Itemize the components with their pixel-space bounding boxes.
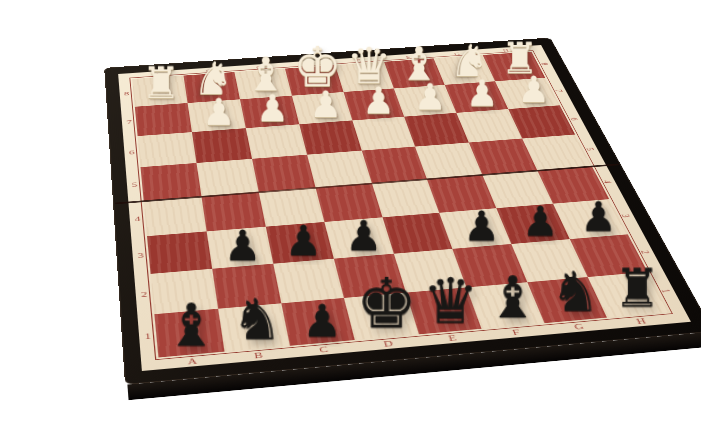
rank-label-left-8-text: 8: [123, 90, 129, 96]
piece-glyph: ♜: [613, 263, 660, 313]
rank-label-right-7-text: 7: [553, 89, 564, 92]
black-pawn-c1[interactable]: ♟: [289, 299, 354, 342]
black-pawn-f3[interactable]: ♟: [451, 206, 511, 245]
white-pawn-b7[interactable]: ♟: [191, 94, 245, 129]
black-pawn-b3[interactable]: ♟: [211, 225, 272, 265]
piece-glyph: ♟: [466, 76, 499, 110]
piece-glyph: ♝: [487, 270, 539, 325]
white-rook-a8[interactable]: ♜: [134, 63, 187, 104]
rank-label-left-2-text: 2: [140, 289, 147, 298]
file-label-bottom-d-text: D: [382, 337, 394, 347]
white-pawn-e7[interactable]: ♟: [351, 83, 404, 118]
rank-label-left-1-text: 1: [144, 331, 151, 341]
white-pawn-f7[interactable]: ♟: [403, 79, 456, 114]
rank-label-right-2-text: 2: [638, 249, 651, 253]
file-label-bottom-c-text: C: [318, 343, 329, 353]
white-pawn-d7[interactable]: ♟: [298, 87, 352, 122]
board-frame: ♜♞♝♚♛♝♞♜♟♟♟♟♟♟♟♟♟♟♟♟♟♝♞♟♚♛♝♞♜ AABBCCDDEE…: [104, 37, 701, 384]
rank-label-left-3-text: 3: [137, 250, 144, 258]
piece-glyph: ♟: [463, 206, 500, 245]
piece-glyph: ♟: [202, 94, 235, 129]
black-knight-b1[interactable]: ♞: [224, 294, 290, 348]
piece-glyph: ♛: [421, 271, 477, 331]
black-pawn-c3[interactable]: ♟: [272, 220, 333, 260]
black-rook-h1[interactable]: ♜: [605, 263, 669, 313]
piece-glyph: ♟: [223, 225, 261, 265]
board-border-mat: ♜♞♝♚♛♝♞♜♟♟♟♟♟♟♟♟♟♟♟♟♟♝♞♟♚♛♝♞♜ AABBCCDDEE…: [118, 45, 691, 371]
black-pawn-d3[interactable]: ♟: [332, 215, 393, 255]
white-pawn-g7[interactable]: ♟: [455, 76, 508, 110]
piece-glyph: ♟: [255, 90, 288, 125]
piece-glyph: ♟: [284, 220, 322, 260]
rank-label-right-8-text: 8: [539, 62, 550, 65]
file-label-bottom-g-text: G: [572, 320, 585, 330]
piece-glyph: ♜: [141, 63, 180, 104]
rank-label-right-4-text: 4: [601, 179, 613, 183]
rank-label-left-4-text: 4: [134, 214, 140, 222]
file-label-bottom-b-text: B: [252, 349, 262, 359]
black-pawn-g3[interactable]: ♟: [510, 201, 570, 240]
rank-label-left-6-text: 6: [128, 148, 134, 155]
piece-glyph: ♟: [521, 201, 558, 240]
photo-stage: ♜♞♝♚♛♝♞♜♟♟♟♟♟♟♟♟♟♟♟♟♟♝♞♟♚♛♝♞♜ AABBCCDDEE…: [0, 0, 701, 425]
rank-label-right-6-text: 6: [568, 117, 579, 120]
piece-glyph: ♞: [231, 294, 282, 348]
scene: ♜♞♝♚♛♝♞♜♟♟♟♟♟♟♟♟♟♟♟♟♟♝♞♟♚♛♝♞♜ AABBCCDDEE…: [0, 0, 701, 425]
piece-glyph: ♟: [361, 83, 394, 118]
black-bishop-a1[interactable]: ♝: [158, 297, 224, 353]
play-area: ♜♞♝♚♛♝♞♜♟♟♟♟♟♟♟♟♟♟♟♟♟♝♞♟♚♛♝♞♜: [132, 51, 668, 357]
black-queen-e1[interactable]: ♛: [417, 271, 482, 331]
piece-glyph: ♝: [164, 297, 217, 353]
board-tilt: ♜♞♝♚♛♝♞♜♟♟♟♟♟♟♟♟♟♟♟♟♟♝♞♟♚♛♝♞♜ AABBCCDDEE…: [104, 37, 701, 384]
black-king-d1[interactable]: ♚: [353, 271, 418, 336]
piece-glyph: ♟: [414, 79, 447, 114]
piece-glyph: ♟: [580, 197, 617, 236]
rank-label-right-5-text: 5: [584, 147, 596, 151]
rank-label-left-5-text: 5: [131, 180, 137, 187]
black-bishop-f1[interactable]: ♝: [480, 270, 544, 325]
white-pawn-c7[interactable]: ♟: [245, 90, 299, 125]
piece-glyph: ♟: [301, 299, 341, 342]
pieces-layer: ♜♞♝♚♛♝♞♜♟♟♟♟♟♟♟♟♟♟♟♟♟♝♞♟♚♛♝♞♜: [132, 51, 668, 357]
file-label-bottom-a-text: A: [186, 355, 196, 365]
black-pawn-h3[interactable]: ♟: [568, 197, 628, 236]
file-label-bottom-f-text: F: [510, 326, 520, 336]
piece-glyph: ♟: [344, 215, 381, 255]
rank-label-left-7-text: 7: [126, 118, 132, 125]
piece-glyph: ♚: [355, 271, 417, 336]
file-label-bottom-h-text: H: [634, 315, 647, 325]
piece-glyph: ♟: [517, 72, 549, 106]
piece-glyph: ♞: [550, 267, 600, 320]
file-label-bottom-e-text: E: [446, 332, 457, 342]
black-knight-g1[interactable]: ♞: [543, 267, 607, 320]
piece-glyph: ♟: [308, 87, 341, 122]
white-pawn-h7[interactable]: ♟: [507, 72, 560, 106]
